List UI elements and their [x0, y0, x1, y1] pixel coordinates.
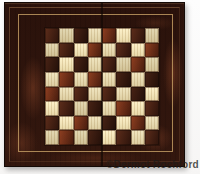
square-d6 [88, 57, 102, 72]
square-a6 [45, 57, 59, 72]
photo-background: ©Dermot Rochford [0, 0, 200, 174]
square-e5 [102, 72, 116, 87]
square-e4 [102, 87, 116, 102]
square-g7 [131, 43, 145, 58]
square-b2 [59, 116, 73, 131]
square-c2 [74, 116, 88, 131]
square-e6 [102, 57, 116, 72]
square-f7 [116, 43, 130, 58]
square-e8 [102, 28, 116, 43]
square-h4 [145, 87, 159, 102]
square-d7 [88, 43, 102, 58]
square-f8 [116, 28, 130, 43]
square-h5 [145, 72, 159, 87]
square-d1 [88, 130, 102, 145]
square-f1 [116, 130, 130, 145]
square-a7 [45, 43, 59, 58]
square-f2 [116, 116, 130, 131]
square-b4 [59, 87, 73, 102]
folding-hinge-seam [101, 3, 103, 166]
square-h2 [145, 116, 159, 131]
square-d5 [88, 72, 102, 87]
square-h6 [145, 57, 159, 72]
square-c7 [74, 43, 88, 58]
square-d4 [88, 87, 102, 102]
square-f4 [116, 87, 130, 102]
square-e3 [102, 101, 116, 116]
square-g8 [131, 28, 145, 43]
square-f5 [116, 72, 130, 87]
square-b8 [59, 28, 73, 43]
square-b6 [59, 57, 73, 72]
square-h7 [145, 43, 159, 58]
square-a1 [45, 130, 59, 145]
square-h8 [145, 28, 159, 43]
square-f3 [116, 101, 130, 116]
square-e7 [102, 43, 116, 58]
square-d3 [88, 101, 102, 116]
square-e2 [102, 116, 116, 131]
square-c8 [74, 28, 88, 43]
square-a4 [45, 87, 59, 102]
chessboard [4, 2, 185, 167]
watermark: ©Dermot Rochford [106, 159, 199, 170]
square-d2 [88, 116, 102, 131]
square-c4 [74, 87, 88, 102]
square-c1 [74, 130, 88, 145]
square-h1 [145, 130, 159, 145]
square-a5 [45, 72, 59, 87]
square-f6 [116, 57, 130, 72]
square-e1 [102, 130, 116, 145]
square-c3 [74, 101, 88, 116]
square-g6 [131, 57, 145, 72]
square-a8 [45, 28, 59, 43]
square-b3 [59, 101, 73, 116]
square-g1 [131, 130, 145, 145]
square-b7 [59, 43, 73, 58]
square-h3 [145, 101, 159, 116]
square-b5 [59, 72, 73, 87]
square-g3 [131, 101, 145, 116]
square-g5 [131, 72, 145, 87]
square-c5 [74, 72, 88, 87]
square-g2 [131, 116, 145, 131]
square-d8 [88, 28, 102, 43]
square-a2 [45, 116, 59, 131]
square-b1 [59, 130, 73, 145]
square-c6 [74, 57, 88, 72]
square-g4 [131, 87, 145, 102]
square-a3 [45, 101, 59, 116]
